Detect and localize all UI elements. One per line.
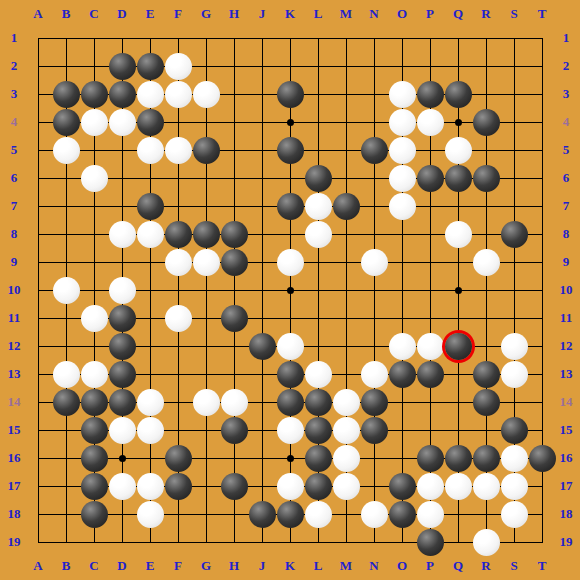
point-O14[interactable] <box>388 388 416 416</box>
point-Q10[interactable] <box>444 276 472 304</box>
point-G4[interactable] <box>192 108 220 136</box>
point-A16[interactable] <box>24 444 52 472</box>
point-D4[interactable] <box>108 108 136 136</box>
point-S14[interactable] <box>500 388 528 416</box>
point-M11[interactable] <box>332 304 360 332</box>
point-H3[interactable] <box>220 80 248 108</box>
point-M8[interactable] <box>332 220 360 248</box>
point-A7[interactable] <box>24 192 52 220</box>
point-J19[interactable] <box>248 528 276 556</box>
point-L15[interactable] <box>304 416 332 444</box>
point-G13[interactable] <box>192 360 220 388</box>
point-A10[interactable] <box>24 276 52 304</box>
point-L7[interactable] <box>304 192 332 220</box>
point-S4[interactable] <box>500 108 528 136</box>
point-K10[interactable] <box>276 276 304 304</box>
point-K18[interactable] <box>276 500 304 528</box>
point-E10[interactable] <box>136 276 164 304</box>
point-R9[interactable] <box>472 248 500 276</box>
point-R3[interactable] <box>472 80 500 108</box>
point-R16[interactable] <box>472 444 500 472</box>
point-E15[interactable] <box>136 416 164 444</box>
point-J5[interactable] <box>248 136 276 164</box>
point-G2[interactable] <box>192 52 220 80</box>
point-D17[interactable] <box>108 472 136 500</box>
point-N5[interactable] <box>360 136 388 164</box>
point-B17[interactable] <box>52 472 80 500</box>
point-J1[interactable] <box>248 24 276 52</box>
point-B11[interactable] <box>52 304 80 332</box>
point-F2[interactable] <box>164 52 192 80</box>
point-E4[interactable] <box>136 108 164 136</box>
point-G16[interactable] <box>192 444 220 472</box>
point-G10[interactable] <box>192 276 220 304</box>
point-H9[interactable] <box>220 248 248 276</box>
point-T4[interactable] <box>528 108 556 136</box>
point-L17[interactable] <box>304 472 332 500</box>
point-K16[interactable] <box>276 444 304 472</box>
point-N3[interactable] <box>360 80 388 108</box>
point-B16[interactable] <box>52 444 80 472</box>
point-J2[interactable] <box>248 52 276 80</box>
point-H5[interactable] <box>220 136 248 164</box>
point-F14[interactable] <box>164 388 192 416</box>
point-H12[interactable] <box>220 332 248 360</box>
point-M18[interactable] <box>332 500 360 528</box>
point-G12[interactable] <box>192 332 220 360</box>
point-O6[interactable] <box>388 164 416 192</box>
point-R7[interactable] <box>472 192 500 220</box>
point-Q6[interactable] <box>444 164 472 192</box>
point-N14[interactable] <box>360 388 388 416</box>
point-A5[interactable] <box>24 136 52 164</box>
point-N10[interactable] <box>360 276 388 304</box>
point-T15[interactable] <box>528 416 556 444</box>
point-E16[interactable] <box>136 444 164 472</box>
point-A3[interactable] <box>24 80 52 108</box>
point-Q7[interactable] <box>444 192 472 220</box>
point-G9[interactable] <box>192 248 220 276</box>
point-A1[interactable] <box>24 24 52 52</box>
point-N9[interactable] <box>360 248 388 276</box>
point-C11[interactable] <box>80 304 108 332</box>
point-E3[interactable] <box>136 80 164 108</box>
point-N2[interactable] <box>360 52 388 80</box>
point-S19[interactable] <box>500 528 528 556</box>
point-G1[interactable] <box>192 24 220 52</box>
point-F9[interactable] <box>164 248 192 276</box>
point-R1[interactable] <box>472 24 500 52</box>
point-K6[interactable] <box>276 164 304 192</box>
point-N13[interactable] <box>360 360 388 388</box>
point-B7[interactable] <box>52 192 80 220</box>
point-L1[interactable] <box>304 24 332 52</box>
point-D16[interactable] <box>108 444 136 472</box>
point-P4[interactable] <box>416 108 444 136</box>
point-F3[interactable] <box>164 80 192 108</box>
point-D14[interactable] <box>108 388 136 416</box>
point-S13[interactable] <box>500 360 528 388</box>
point-O15[interactable] <box>388 416 416 444</box>
point-E5[interactable] <box>136 136 164 164</box>
point-P8[interactable] <box>416 220 444 248</box>
point-C1[interactable] <box>80 24 108 52</box>
point-Q1[interactable] <box>444 24 472 52</box>
point-T11[interactable] <box>528 304 556 332</box>
point-S5[interactable] <box>500 136 528 164</box>
point-Q17[interactable] <box>444 472 472 500</box>
point-N11[interactable] <box>360 304 388 332</box>
point-B10[interactable] <box>52 276 80 304</box>
point-O4[interactable] <box>388 108 416 136</box>
point-R15[interactable] <box>472 416 500 444</box>
point-K1[interactable] <box>276 24 304 52</box>
point-P9[interactable] <box>416 248 444 276</box>
point-D18[interactable] <box>108 500 136 528</box>
point-F11[interactable] <box>164 304 192 332</box>
point-P18[interactable] <box>416 500 444 528</box>
point-L14[interactable] <box>304 388 332 416</box>
point-J7[interactable] <box>248 192 276 220</box>
point-K13[interactable] <box>276 360 304 388</box>
point-F18[interactable] <box>164 500 192 528</box>
point-H14[interactable] <box>220 388 248 416</box>
point-T2[interactable] <box>528 52 556 80</box>
point-S11[interactable] <box>500 304 528 332</box>
point-R19[interactable] <box>472 528 500 556</box>
point-M9[interactable] <box>332 248 360 276</box>
point-C18[interactable] <box>80 500 108 528</box>
point-K17[interactable] <box>276 472 304 500</box>
point-H16[interactable] <box>220 444 248 472</box>
point-J13[interactable] <box>248 360 276 388</box>
point-S10[interactable] <box>500 276 528 304</box>
point-A11[interactable] <box>24 304 52 332</box>
point-O1[interactable] <box>388 24 416 52</box>
point-J16[interactable] <box>248 444 276 472</box>
point-F12[interactable] <box>164 332 192 360</box>
point-H18[interactable] <box>220 500 248 528</box>
point-T8[interactable] <box>528 220 556 248</box>
point-J6[interactable] <box>248 164 276 192</box>
point-H15[interactable] <box>220 416 248 444</box>
point-M1[interactable] <box>332 24 360 52</box>
point-K8[interactable] <box>276 220 304 248</box>
point-T16[interactable] <box>528 444 556 472</box>
point-Q18[interactable] <box>444 500 472 528</box>
point-O7[interactable] <box>388 192 416 220</box>
point-C10[interactable] <box>80 276 108 304</box>
point-E2[interactable] <box>136 52 164 80</box>
point-O19[interactable] <box>388 528 416 556</box>
point-C8[interactable] <box>80 220 108 248</box>
point-G3[interactable] <box>192 80 220 108</box>
point-B14[interactable] <box>52 388 80 416</box>
point-L2[interactable] <box>304 52 332 80</box>
point-H8[interactable] <box>220 220 248 248</box>
point-L8[interactable] <box>304 220 332 248</box>
point-J12[interactable] <box>248 332 276 360</box>
point-A12[interactable] <box>24 332 52 360</box>
point-P3[interactable] <box>416 80 444 108</box>
point-N7[interactable] <box>360 192 388 220</box>
point-M12[interactable] <box>332 332 360 360</box>
point-C14[interactable] <box>80 388 108 416</box>
point-N19[interactable] <box>360 528 388 556</box>
point-M3[interactable] <box>332 80 360 108</box>
point-C4[interactable] <box>80 108 108 136</box>
point-F8[interactable] <box>164 220 192 248</box>
point-K5[interactable] <box>276 136 304 164</box>
point-S8[interactable] <box>500 220 528 248</box>
point-M14[interactable] <box>332 388 360 416</box>
point-M5[interactable] <box>332 136 360 164</box>
point-L10[interactable] <box>304 276 332 304</box>
point-L19[interactable] <box>304 528 332 556</box>
point-E9[interactable] <box>136 248 164 276</box>
point-B3[interactable] <box>52 80 80 108</box>
point-R6[interactable] <box>472 164 500 192</box>
point-T3[interactable] <box>528 80 556 108</box>
point-E1[interactable] <box>136 24 164 52</box>
point-M10[interactable] <box>332 276 360 304</box>
point-C15[interactable] <box>80 416 108 444</box>
point-A18[interactable] <box>24 500 52 528</box>
point-J11[interactable] <box>248 304 276 332</box>
point-S18[interactable] <box>500 500 528 528</box>
point-K2[interactable] <box>276 52 304 80</box>
point-P12[interactable] <box>416 332 444 360</box>
point-E14[interactable] <box>136 388 164 416</box>
point-C19[interactable] <box>80 528 108 556</box>
point-K9[interactable] <box>276 248 304 276</box>
point-M13[interactable] <box>332 360 360 388</box>
point-C6[interactable] <box>80 164 108 192</box>
point-G17[interactable] <box>192 472 220 500</box>
point-H19[interactable] <box>220 528 248 556</box>
point-E6[interactable] <box>136 164 164 192</box>
point-B1[interactable] <box>52 24 80 52</box>
point-B9[interactable] <box>52 248 80 276</box>
point-D15[interactable] <box>108 416 136 444</box>
point-P6[interactable] <box>416 164 444 192</box>
point-J15[interactable] <box>248 416 276 444</box>
point-J10[interactable] <box>248 276 276 304</box>
point-E19[interactable] <box>136 528 164 556</box>
point-C16[interactable] <box>80 444 108 472</box>
point-R2[interactable] <box>472 52 500 80</box>
point-K3[interactable] <box>276 80 304 108</box>
point-P2[interactable] <box>416 52 444 80</box>
point-S16[interactable] <box>500 444 528 472</box>
point-O10[interactable] <box>388 276 416 304</box>
point-E12[interactable] <box>136 332 164 360</box>
point-R18[interactable] <box>472 500 500 528</box>
point-K15[interactable] <box>276 416 304 444</box>
point-K11[interactable] <box>276 304 304 332</box>
point-K19[interactable] <box>276 528 304 556</box>
point-L11[interactable] <box>304 304 332 332</box>
point-Q15[interactable] <box>444 416 472 444</box>
point-Q9[interactable] <box>444 248 472 276</box>
point-N4[interactable] <box>360 108 388 136</box>
point-A19[interactable] <box>24 528 52 556</box>
point-S3[interactable] <box>500 80 528 108</box>
point-D19[interactable] <box>108 528 136 556</box>
point-B12[interactable] <box>52 332 80 360</box>
point-C5[interactable] <box>80 136 108 164</box>
point-Q11[interactable] <box>444 304 472 332</box>
point-P1[interactable] <box>416 24 444 52</box>
point-A4[interactable] <box>24 108 52 136</box>
point-N17[interactable] <box>360 472 388 500</box>
point-H6[interactable] <box>220 164 248 192</box>
point-A6[interactable] <box>24 164 52 192</box>
point-F19[interactable] <box>164 528 192 556</box>
point-O18[interactable] <box>388 500 416 528</box>
point-B4[interactable] <box>52 108 80 136</box>
point-P19[interactable] <box>416 528 444 556</box>
point-F15[interactable] <box>164 416 192 444</box>
point-C7[interactable] <box>80 192 108 220</box>
point-O5[interactable] <box>388 136 416 164</box>
point-S15[interactable] <box>500 416 528 444</box>
point-Q3[interactable] <box>444 80 472 108</box>
point-T6[interactable] <box>528 164 556 192</box>
point-N15[interactable] <box>360 416 388 444</box>
point-L3[interactable] <box>304 80 332 108</box>
point-P17[interactable] <box>416 472 444 500</box>
point-E8[interactable] <box>136 220 164 248</box>
point-R11[interactable] <box>472 304 500 332</box>
point-Q12[interactable] <box>444 332 472 360</box>
point-H11[interactable] <box>220 304 248 332</box>
point-M15[interactable] <box>332 416 360 444</box>
point-F1[interactable] <box>164 24 192 52</box>
point-Q13[interactable] <box>444 360 472 388</box>
point-S7[interactable] <box>500 192 528 220</box>
point-M16[interactable] <box>332 444 360 472</box>
point-H4[interactable] <box>220 108 248 136</box>
point-R14[interactable] <box>472 388 500 416</box>
point-R4[interactable] <box>472 108 500 136</box>
point-N8[interactable] <box>360 220 388 248</box>
point-M4[interactable] <box>332 108 360 136</box>
point-G15[interactable] <box>192 416 220 444</box>
point-J18[interactable] <box>248 500 276 528</box>
point-H1[interactable] <box>220 24 248 52</box>
point-C12[interactable] <box>80 332 108 360</box>
point-G18[interactable] <box>192 500 220 528</box>
point-O3[interactable] <box>388 80 416 108</box>
point-B5[interactable] <box>52 136 80 164</box>
point-C3[interactable] <box>80 80 108 108</box>
point-G6[interactable] <box>192 164 220 192</box>
point-L16[interactable] <box>304 444 332 472</box>
point-G11[interactable] <box>192 304 220 332</box>
point-D1[interactable] <box>108 24 136 52</box>
point-D10[interactable] <box>108 276 136 304</box>
point-R13[interactable] <box>472 360 500 388</box>
point-D8[interactable] <box>108 220 136 248</box>
point-J8[interactable] <box>248 220 276 248</box>
point-T18[interactable] <box>528 500 556 528</box>
point-R12[interactable] <box>472 332 500 360</box>
point-D13[interactable] <box>108 360 136 388</box>
point-K12[interactable] <box>276 332 304 360</box>
point-S6[interactable] <box>500 164 528 192</box>
point-L5[interactable] <box>304 136 332 164</box>
point-M6[interactable] <box>332 164 360 192</box>
point-J17[interactable] <box>248 472 276 500</box>
point-F6[interactable] <box>164 164 192 192</box>
point-O2[interactable] <box>388 52 416 80</box>
point-F17[interactable] <box>164 472 192 500</box>
point-E11[interactable] <box>136 304 164 332</box>
point-P15[interactable] <box>416 416 444 444</box>
point-P5[interactable] <box>416 136 444 164</box>
point-T5[interactable] <box>528 136 556 164</box>
point-B19[interactable] <box>52 528 80 556</box>
point-P14[interactable] <box>416 388 444 416</box>
point-Q2[interactable] <box>444 52 472 80</box>
point-N18[interactable] <box>360 500 388 528</box>
point-D11[interactable] <box>108 304 136 332</box>
point-A14[interactable] <box>24 388 52 416</box>
point-Q19[interactable] <box>444 528 472 556</box>
point-B13[interactable] <box>52 360 80 388</box>
point-P11[interactable] <box>416 304 444 332</box>
point-R17[interactable] <box>472 472 500 500</box>
point-D12[interactable] <box>108 332 136 360</box>
point-J3[interactable] <box>248 80 276 108</box>
point-N12[interactable] <box>360 332 388 360</box>
point-A8[interactable] <box>24 220 52 248</box>
point-L18[interactable] <box>304 500 332 528</box>
point-K4[interactable] <box>276 108 304 136</box>
point-D6[interactable] <box>108 164 136 192</box>
point-D3[interactable] <box>108 80 136 108</box>
point-S2[interactable] <box>500 52 528 80</box>
point-B2[interactable] <box>52 52 80 80</box>
point-G19[interactable] <box>192 528 220 556</box>
point-H13[interactable] <box>220 360 248 388</box>
point-L6[interactable] <box>304 164 332 192</box>
point-L4[interactable] <box>304 108 332 136</box>
point-B15[interactable] <box>52 416 80 444</box>
point-B18[interactable] <box>52 500 80 528</box>
point-G7[interactable] <box>192 192 220 220</box>
point-S1[interactable] <box>500 24 528 52</box>
point-F10[interactable] <box>164 276 192 304</box>
point-O11[interactable] <box>388 304 416 332</box>
point-M7[interactable] <box>332 192 360 220</box>
point-Q14[interactable] <box>444 388 472 416</box>
point-C2[interactable] <box>80 52 108 80</box>
point-M17[interactable] <box>332 472 360 500</box>
point-G5[interactable] <box>192 136 220 164</box>
point-O9[interactable] <box>388 248 416 276</box>
point-L12[interactable] <box>304 332 332 360</box>
point-B6[interactable] <box>52 164 80 192</box>
point-H7[interactable] <box>220 192 248 220</box>
point-O12[interactable] <box>388 332 416 360</box>
point-G14[interactable] <box>192 388 220 416</box>
point-O17[interactable] <box>388 472 416 500</box>
point-S9[interactable] <box>500 248 528 276</box>
point-C9[interactable] <box>80 248 108 276</box>
point-C13[interactable] <box>80 360 108 388</box>
